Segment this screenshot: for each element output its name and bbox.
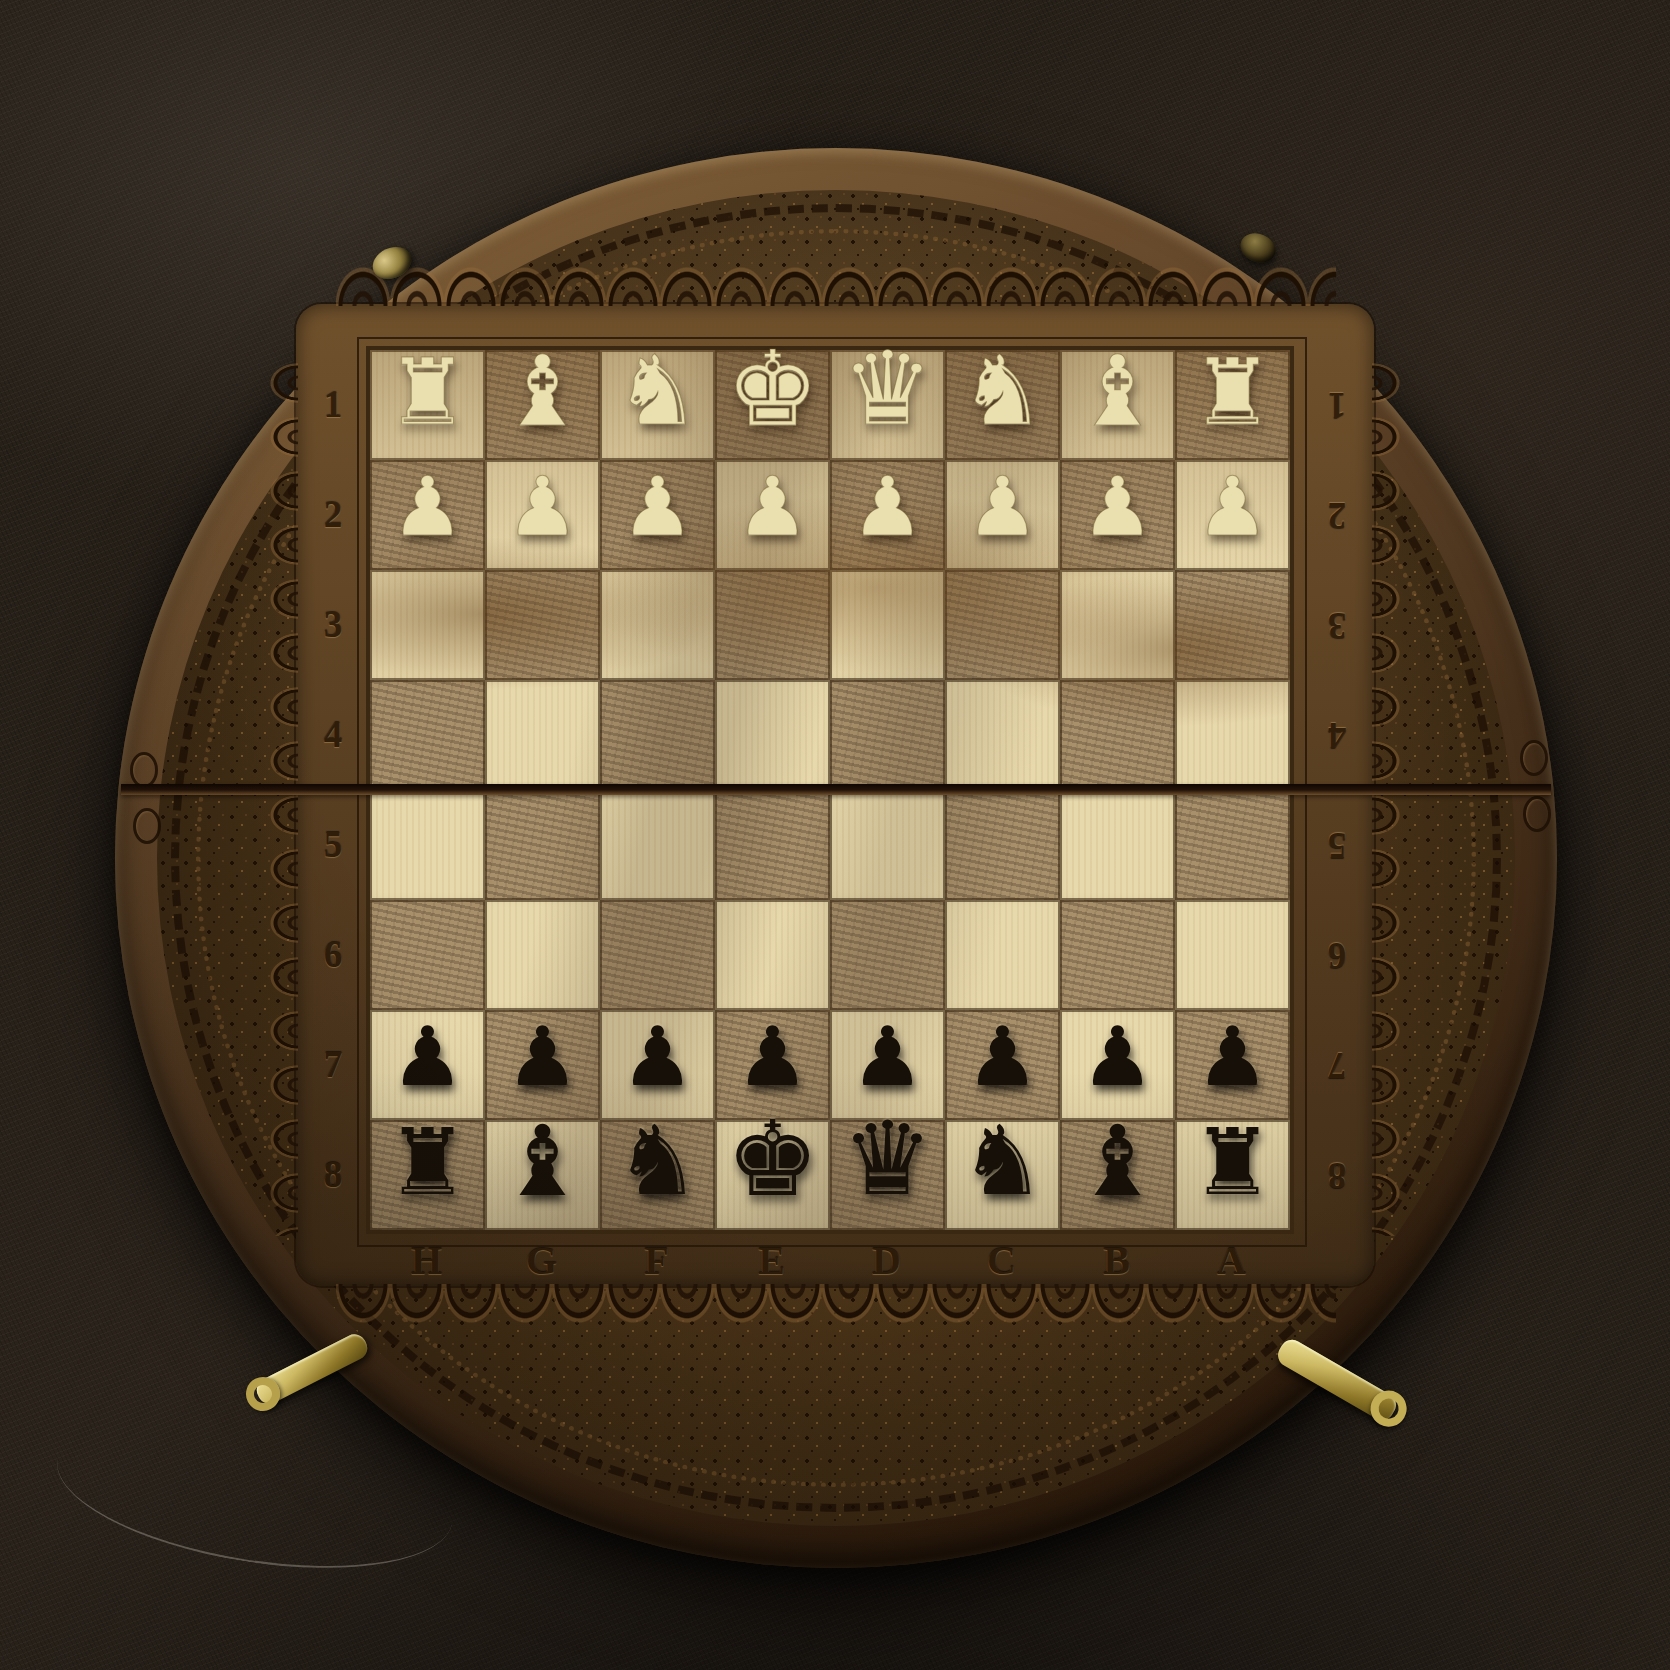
square-b6[interactable]	[1060, 900, 1175, 1010]
piece-black-pawn-c7[interactable]: ♟	[945, 1010, 1060, 1120]
square-h3[interactable]	[370, 570, 485, 680]
square-f6[interactable]	[600, 900, 715, 1010]
rank-label-right-8: 8	[1306, 1120, 1368, 1230]
square-g3[interactable]	[485, 570, 600, 680]
rank-label-right-5: 5	[1306, 790, 1368, 900]
piece-white-pawn-g2[interactable]: ♟	[485, 460, 600, 570]
rank-label-left-6: 6	[302, 900, 364, 1010]
white-pawn-glyph: ♟	[966, 466, 1040, 548]
square-a4[interactable]	[1175, 680, 1290, 790]
white-rook-glyph: ♜	[386, 347, 468, 439]
piece-white-pawn-b2[interactable]: ♟	[1060, 460, 1175, 570]
square-e3[interactable]	[715, 570, 830, 680]
rank-label-left-1: 1	[302, 350, 364, 460]
fur-table-background: ♜♝♞♚♛♞♝♜♟♟♟♟♟♟♟♟♟♟♟♟♟♟♟♟♜♝♞♚♛♞♝♜ 1234567…	[0, 0, 1670, 1670]
square-g4[interactable]	[485, 680, 600, 790]
white-pawn-glyph: ♟	[621, 466, 695, 548]
square-c6[interactable]	[945, 900, 1060, 1010]
square-b5[interactable]	[1060, 790, 1175, 900]
hinge-pin-top-right[interactable]	[1236, 228, 1280, 267]
square-a6[interactable]	[1175, 900, 1290, 1010]
white-king-glyph: ♚	[726, 337, 819, 441]
piece-black-pawn-a7[interactable]: ♟	[1175, 1010, 1290, 1120]
black-pawn-glyph: ♟	[391, 1016, 465, 1098]
piece-black-rook-a8[interactable]: ♜	[1175, 1120, 1290, 1230]
piece-white-rook-h1[interactable]: ♜	[370, 350, 485, 460]
piece-black-knight-f8[interactable]: ♞	[600, 1120, 715, 1230]
piece-white-queen-d1[interactable]: ♛	[830, 350, 945, 460]
file-label-bottom-c: C	[945, 1236, 1060, 1286]
file-label-bottom-g: G	[485, 1236, 600, 1286]
rank-label-right-3: 3	[1306, 570, 1368, 680]
file-label-bottom-a: A	[1175, 1236, 1290, 1286]
piece-white-pawn-h2[interactable]: ♟	[370, 460, 485, 570]
piece-white-pawn-d2[interactable]: ♟	[830, 460, 945, 570]
piece-black-king-e8[interactable]: ♚	[715, 1120, 830, 1230]
square-g6[interactable]	[485, 900, 600, 1010]
square-b3[interactable]	[1060, 570, 1175, 680]
rank-label-right-6: 6	[1306, 900, 1368, 1010]
black-pawn-glyph: ♟	[851, 1016, 925, 1098]
file-label-bottom-e: E	[715, 1236, 830, 1286]
white-queen-glyph: ♛	[842, 338, 933, 440]
rank-label-left-2: 2	[302, 460, 364, 570]
rank-label-left-7: 7	[302, 1010, 364, 1120]
file-label-bottom-d: D	[830, 1236, 945, 1286]
square-c4[interactable]	[945, 680, 1060, 790]
piece-black-bishop-g8[interactable]: ♝	[485, 1120, 600, 1230]
square-d3[interactable]	[830, 570, 945, 680]
piece-white-knight-f1[interactable]: ♞	[600, 350, 715, 460]
square-e6[interactable]	[715, 900, 830, 1010]
square-f3[interactable]	[600, 570, 715, 680]
square-d5[interactable]	[830, 790, 945, 900]
piece-black-pawn-f7[interactable]: ♟	[600, 1010, 715, 1120]
seam-end-circle-carving	[133, 808, 161, 844]
rank-label-right-1: 1	[1306, 350, 1368, 460]
square-e5[interactable]	[715, 790, 830, 900]
rank-label-right-4: 4	[1306, 680, 1368, 790]
square-c3[interactable]	[945, 570, 1060, 680]
white-bishop-glyph: ♝	[1074, 342, 1162, 440]
black-bishop-glyph: ♝	[499, 1112, 587, 1210]
rank-label-left-5: 5	[302, 790, 364, 900]
black-pawn-glyph: ♟	[506, 1016, 580, 1098]
seam-end-circle-carving	[130, 752, 158, 788]
piece-white-bishop-b1[interactable]: ♝	[1060, 350, 1175, 460]
square-d4[interactable]	[830, 680, 945, 790]
black-rook-glyph: ♜	[386, 1117, 468, 1209]
seam-end-circle-carving	[1523, 796, 1551, 832]
square-d6[interactable]	[830, 900, 945, 1010]
white-knight-glyph: ♞	[959, 343, 1045, 439]
piece-white-pawn-a2[interactable]: ♟	[1175, 460, 1290, 570]
piece-black-knight-c8[interactable]: ♞	[945, 1120, 1060, 1230]
white-bishop-glyph: ♝	[499, 342, 587, 440]
file-label-bottom-f: F	[600, 1236, 715, 1286]
square-f5[interactable]	[600, 790, 715, 900]
piece-white-knight-c1[interactable]: ♞	[945, 350, 1060, 460]
file-label-bottom-h: H	[370, 1236, 485, 1286]
black-pawn-glyph: ♟	[1081, 1016, 1155, 1098]
square-e4[interactable]	[715, 680, 830, 790]
piece-black-pawn-h7[interactable]: ♟	[370, 1010, 485, 1120]
piece-black-bishop-b8[interactable]: ♝	[1060, 1120, 1175, 1230]
black-pawn-glyph: ♟	[736, 1016, 810, 1098]
square-a3[interactable]	[1175, 570, 1290, 680]
rank-label-left-3: 3	[302, 570, 364, 680]
square-h5[interactable]	[370, 790, 485, 900]
square-c5[interactable]	[945, 790, 1060, 900]
square-g5[interactable]	[485, 790, 600, 900]
piece-white-king-e1[interactable]: ♚	[715, 350, 830, 460]
piece-black-rook-h8[interactable]: ♜	[370, 1120, 485, 1230]
piece-black-queen-d8[interactable]: ♛	[830, 1120, 945, 1230]
square-b4[interactable]	[1060, 680, 1175, 790]
seam-end-circle-carving	[1520, 740, 1548, 776]
white-pawn-glyph: ♟	[1081, 466, 1155, 548]
square-a5[interactable]	[1175, 790, 1290, 900]
file-label-bottom-b: B	[1060, 1236, 1175, 1286]
black-queen-glyph: ♛	[842, 1108, 933, 1210]
black-pawn-glyph: ♟	[1196, 1016, 1270, 1098]
black-king-glyph: ♚	[726, 1107, 819, 1211]
square-h6[interactable]	[370, 900, 485, 1010]
rank-label-right-2: 2	[1306, 460, 1368, 570]
white-pawn-glyph: ♟	[851, 466, 925, 548]
rank-label-right-7: 7	[1306, 1010, 1368, 1120]
black-rook-glyph: ♜	[1191, 1117, 1273, 1209]
white-pawn-glyph: ♟	[736, 466, 810, 548]
hinge-pin-top-left[interactable]	[368, 241, 417, 285]
black-pawn-glyph: ♟	[621, 1016, 695, 1098]
square-f4[interactable]	[600, 680, 715, 790]
piece-white-bishop-g1[interactable]: ♝	[485, 350, 600, 460]
black-bishop-glyph: ♝	[1074, 1112, 1162, 1210]
black-knight-glyph: ♞	[959, 1113, 1045, 1209]
piece-white-pawn-c2[interactable]: ♟	[945, 460, 1060, 570]
black-knight-glyph: ♞	[614, 1113, 700, 1209]
white-pawn-glyph: ♟	[1196, 466, 1270, 548]
rank-label-left-8: 8	[302, 1120, 364, 1230]
white-pawn-glyph: ♟	[391, 466, 465, 548]
piece-white-pawn-f2[interactable]: ♟	[600, 460, 715, 570]
square-h4[interactable]	[370, 680, 485, 790]
black-pawn-glyph: ♟	[966, 1016, 1040, 1098]
piece-white-rook-a1[interactable]: ♜	[1175, 350, 1290, 460]
rank-label-left-4: 4	[302, 680, 364, 790]
white-rook-glyph: ♜	[1191, 347, 1273, 439]
white-pawn-glyph: ♟	[506, 466, 580, 548]
piece-white-pawn-e2[interactable]: ♟	[715, 460, 830, 570]
white-knight-glyph: ♞	[614, 343, 700, 439]
